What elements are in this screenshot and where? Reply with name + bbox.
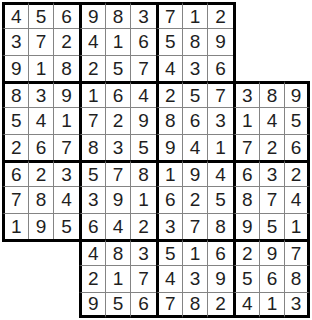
empty-region [28,265,54,291]
cell-r4c10[interactable]: 3 [233,81,259,107]
cell-r5c3[interactable]: 1 [53,107,79,133]
sudoku-board: 4569837123724165899182574368391642573895… [2,2,310,318]
cell-r3c6[interactable]: 7 [130,55,156,81]
empty-region [233,28,259,54]
cell-r5c2[interactable]: 4 [28,107,54,133]
cell-r12c12[interactable]: 3 [284,292,310,318]
cell-r6c3[interactable]: 7 [53,134,79,160]
cell-r10c4[interactable]: 4 [79,239,105,265]
cell-r3c1[interactable]: 9 [2,55,28,81]
cell-r5c7[interactable]: 8 [156,107,182,133]
cell-r7c1[interactable]: 6 [2,160,28,186]
cell-r10c6[interactable]: 3 [130,239,156,265]
cell-r1c7[interactable]: 7 [156,2,182,28]
cell-r7c11[interactable]: 3 [259,160,285,186]
cell-r3c9[interactable]: 6 [207,55,233,81]
cell-r1c2[interactable]: 5 [28,2,54,28]
empty-region [28,239,54,265]
sudoku-page: 4569837123724165899182574368391642573895… [0,0,312,320]
cell-r9c4[interactable]: 6 [79,213,105,239]
cell-r4c12[interactable]: 9 [284,81,310,107]
cell-r9c9[interactable]: 8 [207,213,233,239]
cell-r5c10[interactable]: 1 [233,107,259,133]
cell-r11c6[interactable]: 7 [130,265,156,291]
cell-r7c5[interactable]: 7 [105,160,131,186]
cell-r11c7[interactable]: 4 [156,265,182,291]
cell-r5c8[interactable]: 6 [182,107,208,133]
cell-r7c8[interactable]: 9 [182,160,208,186]
cell-r10c9[interactable]: 6 [207,239,233,265]
cell-r9c3[interactable]: 5 [53,213,79,239]
cell-r1c8[interactable]: 1 [182,2,208,28]
cell-r2c7[interactable]: 5 [156,28,182,54]
empty-region [259,2,285,28]
cell-r4c1[interactable]: 8 [2,81,28,107]
cell-r6c11[interactable]: 2 [259,134,285,160]
cell-r2c1[interactable]: 3 [2,28,28,54]
cell-r6c10[interactable]: 7 [233,134,259,160]
cell-r9c1[interactable]: 1 [2,213,28,239]
cell-r11c11[interactable]: 6 [259,265,285,291]
cell-r3c4[interactable]: 2 [79,55,105,81]
cell-r9c8[interactable]: 7 [182,213,208,239]
cell-r6c1[interactable]: 2 [2,134,28,160]
cell-r1c9[interactable]: 2 [207,2,233,28]
cell-r8c8[interactable]: 2 [182,186,208,212]
cell-r10c7[interactable]: 5 [156,239,182,265]
cell-r12c6[interactable]: 6 [130,292,156,318]
cell-r2c9[interactable]: 9 [207,28,233,54]
cell-r8c10[interactable]: 8 [233,186,259,212]
cell-r7c2[interactable]: 2 [28,160,54,186]
cell-r7c6[interactable]: 8 [130,160,156,186]
cell-r1c6[interactable]: 3 [130,2,156,28]
cell-r2c2[interactable]: 7 [28,28,54,54]
cell-r5c11[interactable]: 4 [259,107,285,133]
cell-r4c9[interactable]: 7 [207,81,233,107]
cell-r6c9[interactable]: 1 [207,134,233,160]
cell-r6c2[interactable]: 6 [28,134,54,160]
cell-r4c6[interactable]: 4 [130,81,156,107]
cell-r8c7[interactable]: 6 [156,186,182,212]
cell-r12c4[interactable]: 9 [79,292,105,318]
cell-r7c9[interactable]: 4 [207,160,233,186]
cell-r12c11[interactable]: 1 [259,292,285,318]
cell-r4c8[interactable]: 5 [182,81,208,107]
cell-r5c9[interactable]: 3 [207,107,233,133]
cell-r11c12[interactable]: 8 [284,265,310,291]
cell-r4c3[interactable]: 9 [53,81,79,107]
cell-r9c11[interactable]: 5 [259,213,285,239]
cell-r4c2[interactable]: 3 [28,81,54,107]
cell-r7c4[interactable]: 5 [79,160,105,186]
cell-r3c2[interactable]: 1 [28,55,54,81]
cell-r8c2[interactable]: 8 [28,186,54,212]
cell-r6c8[interactable]: 4 [182,134,208,160]
cell-r6c4[interactable]: 8 [79,134,105,160]
cell-r4c4[interactable]: 1 [79,81,105,107]
empty-region [259,28,285,54]
cell-r1c4[interactable]: 9 [79,2,105,28]
cell-r9c6[interactable]: 2 [130,213,156,239]
cell-r12c9[interactable]: 2 [207,292,233,318]
cell-r5c1[interactable]: 5 [2,107,28,133]
cell-r6c6[interactable]: 5 [130,134,156,160]
empty-region [284,28,310,54]
empty-region [53,265,79,291]
cell-r11c8[interactable]: 3 [182,265,208,291]
empty-region [2,265,28,291]
cell-r2c8[interactable]: 8 [182,28,208,54]
cell-r9c7[interactable]: 3 [156,213,182,239]
empty-region [2,239,28,265]
cell-r11c5[interactable]: 1 [105,265,131,291]
cell-r4c5[interactable]: 6 [105,81,131,107]
cell-r11c10[interactable]: 5 [233,265,259,291]
cell-r12c5[interactable]: 5 [105,292,131,318]
empty-region [284,55,310,81]
cell-r6c12[interactable]: 6 [284,134,310,160]
cell-r10c5[interactable]: 8 [105,239,131,265]
cell-r9c10[interactable]: 9 [233,213,259,239]
cell-r2c6[interactable]: 6 [130,28,156,54]
cell-r12c10[interactable]: 4 [233,292,259,318]
cell-r4c7[interactable]: 2 [156,81,182,107]
empty-region [53,292,79,318]
cell-r4c11[interactable]: 8 [259,81,285,107]
cell-r8c11[interactable]: 7 [259,186,285,212]
cell-r12c8[interactable]: 8 [182,292,208,318]
cell-r5c6[interactable]: 9 [130,107,156,133]
empty-region [53,239,79,265]
cell-r7c7[interactable]: 1 [156,160,182,186]
cell-r11c4[interactable]: 2 [79,265,105,291]
cell-r5c4[interactable]: 7 [79,107,105,133]
empty-region [28,292,54,318]
cell-r9c12[interactable]: 1 [284,213,310,239]
cell-r9c2[interactable]: 9 [28,213,54,239]
cell-r6c5[interactable]: 3 [105,134,131,160]
cell-r7c3[interactable]: 3 [53,160,79,186]
empty-region [233,55,259,81]
cell-r1c1[interactable]: 4 [2,2,28,28]
cell-r7c12[interactable]: 2 [284,160,310,186]
cell-r10c8[interactable]: 1 [182,239,208,265]
empty-region [233,2,259,28]
cell-r2c5[interactable]: 1 [105,28,131,54]
cell-r5c12[interactable]: 5 [284,107,310,133]
empty-region [259,55,285,81]
cell-r11c9[interactable]: 9 [207,265,233,291]
cell-r10c12[interactable]: 7 [284,239,310,265]
empty-region [284,2,310,28]
cell-r7c10[interactable]: 6 [233,160,259,186]
cell-r8c6[interactable]: 1 [130,186,156,212]
cell-r6c7[interactable]: 9 [156,134,182,160]
cell-r8c1[interactable]: 7 [2,186,28,212]
cell-r3c7[interactable]: 4 [156,55,182,81]
cell-r8c5[interactable]: 9 [105,186,131,212]
cell-r9c5[interactable]: 4 [105,213,131,239]
cell-r2c3[interactable]: 2 [53,28,79,54]
empty-region [2,292,28,318]
cell-r3c8[interactable]: 3 [182,55,208,81]
cell-r8c3[interactable]: 4 [53,186,79,212]
cell-r2c4[interactable]: 4 [79,28,105,54]
cell-r10c11[interactable]: 9 [259,239,285,265]
cell-r3c3[interactable]: 8 [53,55,79,81]
cell-r8c9[interactable]: 5 [207,186,233,212]
cell-r1c3[interactable]: 6 [53,2,79,28]
cell-r5c5[interactable]: 2 [105,107,131,133]
cell-r1c5[interactable]: 8 [105,2,131,28]
cell-r8c12[interactable]: 4 [284,186,310,212]
cell-r12c7[interactable]: 7 [156,292,182,318]
cell-r8c4[interactable]: 3 [79,186,105,212]
cell-r10c10[interactable]: 2 [233,239,259,265]
cell-r3c5[interactable]: 5 [105,55,131,81]
